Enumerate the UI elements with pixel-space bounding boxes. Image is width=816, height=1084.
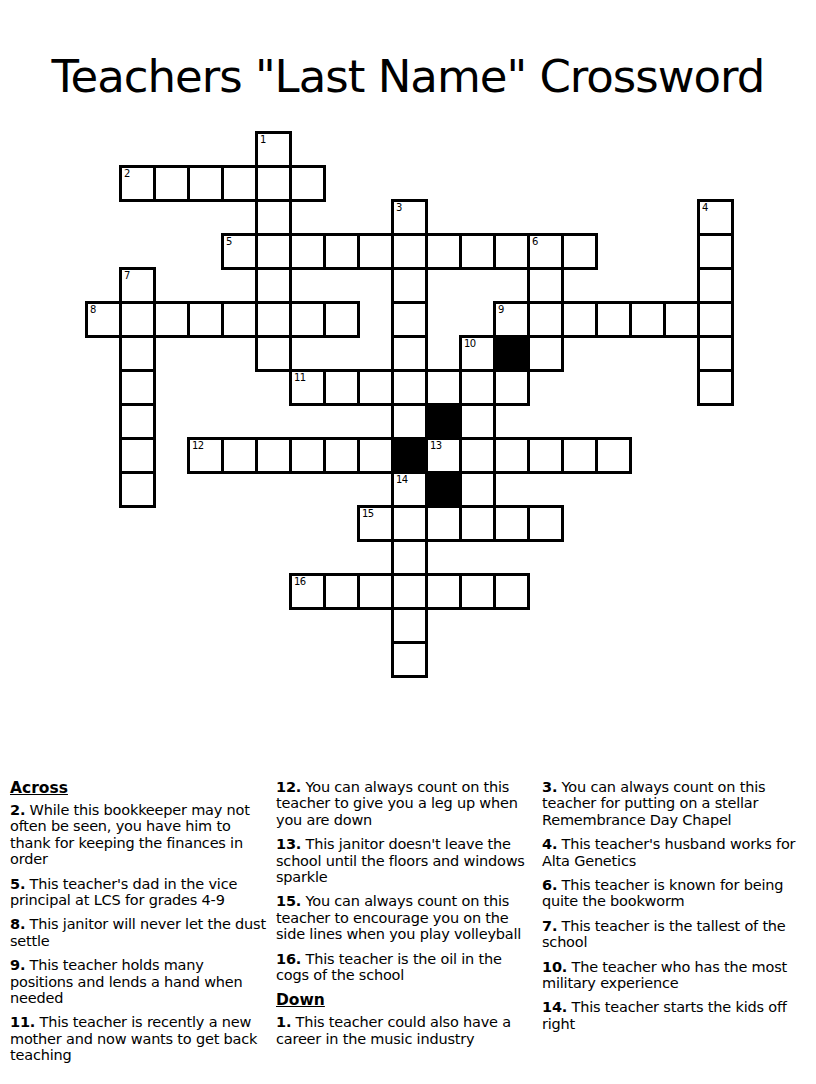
grid-cell[interactable] <box>459 573 496 610</box>
grid-cell[interactable] <box>459 369 496 406</box>
grid-cell[interactable] <box>323 437 360 474</box>
grid-cell[interactable] <box>493 505 530 542</box>
grid-cell[interactable] <box>493 573 530 610</box>
clue-number: 3. <box>542 779 557 795</box>
grid-cell[interactable]: 7 <box>119 267 156 304</box>
clue-number: 5. <box>10 876 25 892</box>
grid-cell[interactable]: 15 <box>357 505 394 542</box>
grid-cell[interactable] <box>391 233 428 270</box>
grid-cell[interactable] <box>391 505 428 542</box>
page: Teachers "Last Name" Crossword 123456789… <box>0 0 816 1084</box>
grid-cell[interactable] <box>323 233 360 270</box>
grid-cell[interactable] <box>323 369 360 406</box>
clue-number: 6. <box>542 877 557 893</box>
grid-cell[interactable] <box>323 301 360 338</box>
grid-cell[interactable] <box>595 301 632 338</box>
grid-cell[interactable] <box>119 437 156 474</box>
clue-6: 6. This teacher is known for being quite… <box>542 877 798 910</box>
cell-number: 7 <box>124 270 130 281</box>
grid-cell[interactable]: 1 <box>255 131 292 168</box>
clue-1: 1. This teacher could also have a career… <box>276 1014 532 1047</box>
grid-cell[interactable] <box>153 165 190 202</box>
clue-number: 16. <box>276 951 301 967</box>
grid-cell[interactable] <box>697 233 734 270</box>
grid-cell[interactable] <box>527 437 564 474</box>
clue-11: 11. This teacher is recently a new mothe… <box>10 1014 266 1063</box>
grid-cell[interactable]: 12 <box>187 437 224 474</box>
grid-cell[interactable] <box>527 335 564 372</box>
black-cell <box>391 437 428 474</box>
grid-cell[interactable] <box>391 301 428 338</box>
clue-12: 12. You can always count on this teacher… <box>276 779 532 828</box>
cell-number: 9 <box>498 304 504 315</box>
clue-16: 16. This teacher is the oil in the cogs … <box>276 951 532 984</box>
grid-cell[interactable] <box>595 437 632 474</box>
clue-number: 14. <box>542 999 567 1015</box>
clue-number: 15. <box>276 893 301 909</box>
grid-cell[interactable] <box>255 233 292 270</box>
cell-number: 14 <box>396 474 408 485</box>
grid-cell[interactable] <box>153 301 190 338</box>
cell-number: 6 <box>532 236 538 247</box>
grid-cell[interactable] <box>357 233 394 270</box>
grid-cell[interactable] <box>255 267 292 304</box>
grid-cell[interactable] <box>459 505 496 542</box>
clue-number: 12. <box>276 779 301 795</box>
grid-cell[interactable]: 14 <box>391 471 428 508</box>
grid-cell[interactable] <box>119 369 156 406</box>
cell-number: 8 <box>90 304 96 315</box>
grid-cell[interactable] <box>459 471 496 508</box>
grid-cell[interactable] <box>697 301 734 338</box>
grid-cell[interactable] <box>357 573 394 610</box>
black-cell <box>425 403 462 440</box>
grid-cell[interactable] <box>255 301 292 338</box>
grid-cell[interactable] <box>119 403 156 440</box>
grid-cell[interactable] <box>663 301 700 338</box>
clue-14: 14. This teacher starts the kids off rig… <box>542 999 798 1032</box>
cell-number: 11 <box>294 372 306 383</box>
grid-cell[interactable] <box>425 369 462 406</box>
clue-4: 4. This teacher's husband works for Alta… <box>542 836 798 869</box>
clue-column: 12. You can always count on this teacher… <box>276 779 532 1072</box>
clue-number: 13. <box>276 836 301 852</box>
clue-2: 2. While this bookkeeper may not often b… <box>10 802 266 868</box>
grid-cell[interactable] <box>527 301 564 338</box>
grid-cell[interactable]: 10 <box>459 335 496 372</box>
grid-cell[interactable] <box>119 471 156 508</box>
cell-number: 1 <box>260 134 266 145</box>
clue-7: 7. This teacher is the tallest of the sc… <box>542 918 798 951</box>
grid-cell[interactable]: 9 <box>493 301 530 338</box>
grid-cell[interactable] <box>221 437 258 474</box>
grid-cell[interactable] <box>221 165 258 202</box>
grid-cell[interactable]: 2 <box>119 165 156 202</box>
grid-cell[interactable] <box>255 165 292 202</box>
cell-number: 4 <box>702 202 708 213</box>
grid-cell[interactable]: 8 <box>85 301 122 338</box>
grid-cell[interactable] <box>425 505 462 542</box>
crossword-grid: 12345678910111213141516 <box>85 131 734 678</box>
grid-cell[interactable] <box>187 301 224 338</box>
grid-cell[interactable] <box>459 437 496 474</box>
grid-cell[interactable] <box>527 505 564 542</box>
cell-number: 13 <box>430 440 442 451</box>
grid-cell[interactable]: 3 <box>391 199 428 236</box>
clue-15: 15. You can always count on this teacher… <box>276 893 532 942</box>
clue-10: 10. The teacher who has the most militar… <box>542 959 798 992</box>
clue-number: 4. <box>542 836 557 852</box>
grid-cell[interactable] <box>255 437 292 474</box>
clues-section: Across2. While this bookkeeper may not o… <box>10 779 806 1072</box>
grid-cell[interactable] <box>323 573 360 610</box>
grid-cell[interactable] <box>357 369 394 406</box>
clue-number: 9. <box>10 957 25 973</box>
grid-cell[interactable]: 16 <box>289 573 326 610</box>
clue-5: 5. This teacher's dad in the vice princi… <box>10 876 266 909</box>
grid-cell[interactable] <box>289 437 326 474</box>
grid-cell[interactable] <box>391 267 428 304</box>
cell-number: 12 <box>192 440 204 451</box>
clue-number: 7. <box>542 918 557 934</box>
clue-number: 11. <box>10 1014 35 1030</box>
grid-cell[interactable] <box>697 335 734 372</box>
grid-cell[interactable] <box>391 607 428 644</box>
grid-cell[interactable] <box>629 301 666 338</box>
grid-cell[interactable] <box>187 165 224 202</box>
clue-3: 3. You can always count on this teacher … <box>542 779 798 828</box>
clue-8: 8. This janitor will never let the dust … <box>10 916 266 949</box>
grid-cell[interactable] <box>493 437 530 474</box>
grid-cell[interactable] <box>459 233 496 270</box>
grid-cell[interactable] <box>119 335 156 372</box>
grid-cell[interactable] <box>561 233 598 270</box>
cell-number: 16 <box>294 576 306 587</box>
grid-cell[interactable] <box>561 301 598 338</box>
grid-cell[interactable] <box>391 335 428 372</box>
black-cell <box>493 335 530 372</box>
clue-13: 13. This janitor doesn't leave the schoo… <box>276 836 532 885</box>
grid-cell[interactable] <box>391 369 428 406</box>
grid-cell[interactable] <box>221 301 258 338</box>
grid-cell[interactable]: 5 <box>221 233 258 270</box>
grid-cell[interactable] <box>289 165 326 202</box>
grid-cell[interactable]: 6 <box>527 233 564 270</box>
grid-cell[interactable] <box>561 437 598 474</box>
grid-cell[interactable] <box>391 641 428 678</box>
grid-cell[interactable] <box>425 573 462 610</box>
grid-cell[interactable]: 4 <box>697 199 734 236</box>
grid-cell[interactable] <box>391 573 428 610</box>
grid-cell[interactable] <box>391 403 428 440</box>
grid-cell[interactable] <box>255 199 292 236</box>
grid-cell[interactable]: 11 <box>289 369 326 406</box>
cell-number: 15 <box>362 508 374 519</box>
cell-number: 5 <box>226 236 232 247</box>
grid-cell[interactable] <box>289 233 326 270</box>
grid-cell[interactable] <box>527 267 564 304</box>
grid-cell[interactable] <box>391 539 428 576</box>
across-header: Across <box>10 779 266 797</box>
clue-number: 10. <box>542 959 567 975</box>
grid-cell[interactable] <box>255 335 292 372</box>
grid-cell[interactable]: 13 <box>425 437 462 474</box>
grid-cell[interactable] <box>493 233 530 270</box>
clue-column: 3. You can always count on this teacher … <box>542 779 798 1072</box>
clue-number: 1. <box>276 1014 291 1030</box>
grid-cell[interactable] <box>697 369 734 406</box>
cell-number: 10 <box>464 338 476 349</box>
grid-cell[interactable] <box>357 437 394 474</box>
clue-number: 8. <box>10 916 25 932</box>
puzzle-title: Teachers "Last Name" Crossword <box>0 50 816 103</box>
cell-number: 2 <box>124 168 130 179</box>
clue-9: 9. This teacher holds many positions and… <box>10 957 266 1006</box>
clue-number: 2. <box>10 802 25 818</box>
grid-cell[interactable] <box>697 267 734 304</box>
cell-number: 3 <box>396 202 402 213</box>
grid-cell[interactable] <box>459 403 496 440</box>
black-cell <box>425 471 462 508</box>
grid-cell[interactable] <box>119 301 156 338</box>
grid-cell[interactable] <box>289 301 326 338</box>
down-header: Down <box>276 991 532 1009</box>
clue-column: Across2. While this bookkeeper may not o… <box>10 779 266 1072</box>
grid-cell[interactable] <box>493 369 530 406</box>
grid-cell[interactable] <box>425 233 462 270</box>
